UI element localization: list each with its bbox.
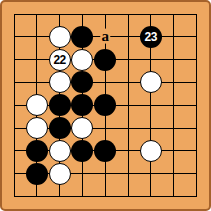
black-stone [26,140,48,162]
black-stone [94,140,116,162]
white-stone [71,117,93,139]
black-stone [71,140,93,162]
black-stone-numbered-23: 23 [140,26,162,48]
move-number-23: 23 [145,31,157,43]
grid-line-horizontal [14,14,197,15]
black-stone [94,49,116,71]
black-stone [26,163,48,185]
white-stone [26,117,48,139]
white-stone [71,49,93,71]
go-diagram-page: 2322a [0,0,211,211]
go-board: 2322a [0,0,211,211]
board-grid: 2322a [2,2,209,209]
black-stone [49,117,71,139]
grid-line-vertical [128,14,129,197]
black-stone [71,94,93,116]
white-stone [49,140,71,162]
white-stone [26,94,48,116]
move-number-22: 22 [53,54,65,66]
white-stone [49,163,71,185]
point-label-a: a [100,28,110,43]
black-stone [71,26,93,48]
white-stone [140,140,162,162]
white-stone [140,71,162,93]
grid-line-vertical [173,14,174,197]
black-stone [49,94,71,116]
white-stone-numbered-22: 22 [49,49,71,71]
grid-line-horizontal [14,196,197,197]
black-stone [71,71,93,93]
white-stone [49,26,71,48]
white-stone [49,71,71,93]
grid-line-horizontal [14,82,197,83]
grid-line-vertical [196,14,197,197]
black-stone [94,94,116,116]
grid-line-vertical [14,14,15,197]
